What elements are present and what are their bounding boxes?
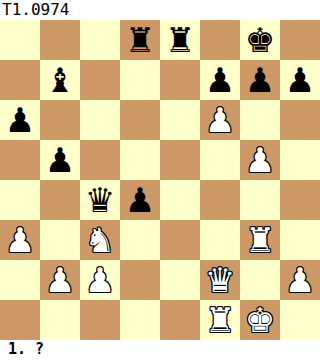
- square-f4[interactable]: [200, 180, 240, 220]
- black-pawn[interactable]: ♟: [285, 60, 315, 100]
- square-a7[interactable]: [0, 60, 40, 100]
- square-f3[interactable]: [200, 220, 240, 260]
- tactics-puzzle-window: T1.0974 ♜♜♚♝♟♟♟♟♟♟♟♛♟♟♞♜♟♟♛♟♜♚ 1. ?: [0, 0, 320, 360]
- white-pawn[interactable]: ♟: [285, 260, 315, 300]
- black-rook[interactable]: ♜: [165, 20, 195, 60]
- square-h5[interactable]: [280, 140, 320, 180]
- square-g5[interactable]: ♟: [240, 140, 280, 180]
- square-f8[interactable]: [200, 20, 240, 60]
- black-pawn[interactable]: ♟: [5, 100, 35, 140]
- move-prompt-label: 1. ?: [0, 340, 320, 360]
- white-pawn[interactable]: ♟: [5, 220, 35, 260]
- square-g4[interactable]: [240, 180, 280, 220]
- square-e6[interactable]: [160, 100, 200, 140]
- square-h7[interactable]: ♟: [280, 60, 320, 100]
- square-f6[interactable]: ♟: [200, 100, 240, 140]
- square-b2[interactable]: ♟: [40, 260, 80, 300]
- square-b8[interactable]: [40, 20, 80, 60]
- square-g3[interactable]: ♜: [240, 220, 280, 260]
- white-knight[interactable]: ♞: [85, 220, 115, 260]
- black-king[interactable]: ♚: [245, 20, 275, 60]
- white-king[interactable]: ♚: [245, 300, 275, 340]
- square-d1[interactable]: [120, 300, 160, 340]
- square-d3[interactable]: [120, 220, 160, 260]
- square-b7[interactable]: ♝: [40, 60, 80, 100]
- square-c8[interactable]: [80, 20, 120, 60]
- square-b3[interactable]: [40, 220, 80, 260]
- square-h8[interactable]: [280, 20, 320, 60]
- square-d8[interactable]: ♜: [120, 20, 160, 60]
- square-a1[interactable]: [0, 300, 40, 340]
- square-e2[interactable]: [160, 260, 200, 300]
- square-c3[interactable]: ♞: [80, 220, 120, 260]
- square-h6[interactable]: [280, 100, 320, 140]
- square-b5[interactable]: ♟: [40, 140, 80, 180]
- square-c5[interactable]: [80, 140, 120, 180]
- square-g7[interactable]: ♟: [240, 60, 280, 100]
- square-g6[interactable]: [240, 100, 280, 140]
- square-e4[interactable]: [160, 180, 200, 220]
- square-g1[interactable]: ♚: [240, 300, 280, 340]
- square-b6[interactable]: [40, 100, 80, 140]
- square-d4[interactable]: ♟: [120, 180, 160, 220]
- square-d6[interactable]: [120, 100, 160, 140]
- square-c2[interactable]: ♟: [80, 260, 120, 300]
- white-pawn[interactable]: ♟: [205, 100, 235, 140]
- square-f1[interactable]: ♜: [200, 300, 240, 340]
- square-c6[interactable]: [80, 100, 120, 140]
- square-c7[interactable]: [80, 60, 120, 100]
- black-pawn[interactable]: ♟: [245, 60, 275, 100]
- square-b1[interactable]: [40, 300, 80, 340]
- square-a2[interactable]: [0, 260, 40, 300]
- square-e3[interactable]: [160, 220, 200, 260]
- square-a6[interactable]: ♟: [0, 100, 40, 140]
- black-pawn[interactable]: ♟: [45, 140, 75, 180]
- black-bishop[interactable]: ♝: [45, 60, 75, 100]
- chess-board: ♜♜♚♝♟♟♟♟♟♟♟♛♟♟♞♜♟♟♛♟♜♚: [0, 20, 320, 340]
- square-e8[interactable]: ♜: [160, 20, 200, 60]
- square-f2[interactable]: ♛: [200, 260, 240, 300]
- square-b4[interactable]: [40, 180, 80, 220]
- square-a5[interactable]: [0, 140, 40, 180]
- square-e5[interactable]: [160, 140, 200, 180]
- square-a8[interactable]: [0, 20, 40, 60]
- square-h2[interactable]: ♟: [280, 260, 320, 300]
- black-pawn[interactable]: ♟: [125, 180, 155, 220]
- square-g2[interactable]: [240, 260, 280, 300]
- white-rook[interactable]: ♜: [205, 300, 235, 340]
- square-d7[interactable]: [120, 60, 160, 100]
- square-a3[interactable]: ♟: [0, 220, 40, 260]
- square-e1[interactable]: [160, 300, 200, 340]
- white-rook[interactable]: ♜: [245, 220, 275, 260]
- square-g8[interactable]: ♚: [240, 20, 280, 60]
- white-pawn[interactable]: ♟: [85, 260, 115, 300]
- square-f5[interactable]: [200, 140, 240, 180]
- square-e7[interactable]: [160, 60, 200, 100]
- square-f7[interactable]: ♟: [200, 60, 240, 100]
- square-h3[interactable]: [280, 220, 320, 260]
- square-a4[interactable]: [0, 180, 40, 220]
- white-queen[interactable]: ♛: [205, 260, 235, 300]
- square-d5[interactable]: [120, 140, 160, 180]
- square-c4[interactable]: ♛: [80, 180, 120, 220]
- black-pawn[interactable]: ♟: [205, 60, 235, 100]
- square-h4[interactable]: [280, 180, 320, 220]
- white-pawn[interactable]: ♟: [245, 140, 275, 180]
- puzzle-id-label: T1.0974: [0, 0, 320, 20]
- black-queen[interactable]: ♛: [85, 180, 115, 220]
- square-d2[interactable]: [120, 260, 160, 300]
- black-rook[interactable]: ♜: [125, 20, 155, 60]
- white-pawn[interactable]: ♟: [45, 260, 75, 300]
- square-c1[interactable]: [80, 300, 120, 340]
- square-h1[interactable]: [280, 300, 320, 340]
